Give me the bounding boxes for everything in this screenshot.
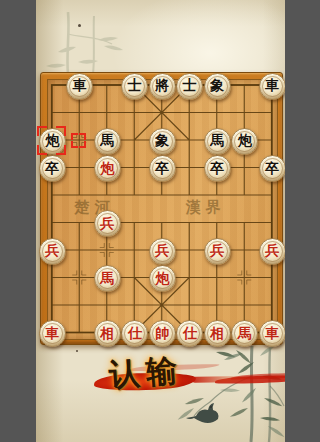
piece-black-soldier[interactable]: 卒 xyxy=(204,155,231,182)
piece-red-elephant[interactable]: 相 xyxy=(94,320,121,347)
piece-red-soldier[interactable]: 兵 xyxy=(204,238,231,265)
piece-black-general[interactable]: 將 xyxy=(149,73,176,100)
piece-black-cannon[interactable]: 炮 xyxy=(39,128,66,155)
piece-black-soldier[interactable]: 卒 xyxy=(259,155,285,182)
xiangqi-game-screen: 楚河 漢界 車士將士象車炮馬象馬炮卒炮卒卒卒兵兵兵兵兵馬炮車相仕帥仕相馬車 认输 xyxy=(36,0,285,442)
piece-red-horse[interactable]: 馬 xyxy=(231,320,258,347)
piece-black-elephant[interactable]: 象 xyxy=(149,128,176,155)
piece-red-advisor[interactable]: 仕 xyxy=(121,320,148,347)
piece-red-soldier[interactable]: 兵 xyxy=(94,210,121,237)
piece-black-horse[interactable]: 馬 xyxy=(204,128,231,155)
piece-black-cannon[interactable]: 炮 xyxy=(231,128,258,155)
piece-red-soldier[interactable]: 兵 xyxy=(39,238,66,265)
piece-black-elephant[interactable]: 象 xyxy=(204,73,231,100)
piece-black-horse[interactable]: 馬 xyxy=(94,128,121,155)
xiangqi-board: 楚河 漢界 車士將士象車炮馬象馬炮卒炮卒卒卒兵兵兵兵兵馬炮車相仕帥仕相馬車 xyxy=(40,72,283,345)
piece-red-chariot[interactable]: 車 xyxy=(259,320,285,347)
paper-speck xyxy=(76,350,78,352)
piece-red-cannon[interactable]: 炮 xyxy=(94,155,121,182)
resign-button[interactable]: 认输 xyxy=(86,352,206,404)
piece-black-soldier[interactable]: 卒 xyxy=(149,155,176,182)
piece-black-advisor[interactable]: 士 xyxy=(121,73,148,100)
piece-black-advisor[interactable]: 士 xyxy=(176,73,203,100)
board-play-area[interactable]: 楚河 漢界 車士將士象車炮馬象馬炮卒炮卒卒卒兵兵兵兵兵馬炮車相仕帥仕相馬車 xyxy=(47,79,278,340)
piece-red-soldier[interactable]: 兵 xyxy=(149,238,176,265)
board-grid xyxy=(48,80,277,339)
piece-red-elephant[interactable]: 相 xyxy=(204,320,231,347)
piece-red-horse[interactable]: 馬 xyxy=(94,265,121,292)
piece-red-chariot[interactable]: 車 xyxy=(39,320,66,347)
piece-red-advisor[interactable]: 仕 xyxy=(176,320,203,347)
piece-black-soldier[interactable]: 卒 xyxy=(39,155,66,182)
piece-black-chariot[interactable]: 車 xyxy=(259,73,285,100)
paper-speck xyxy=(78,24,81,27)
bird-silhouette xyxy=(186,403,218,423)
bamboo-watermark-decoration xyxy=(38,12,150,74)
piece-red-cannon[interactable]: 炮 xyxy=(149,265,176,292)
piece-red-soldier[interactable]: 兵 xyxy=(259,238,285,265)
resign-button-label: 认输 xyxy=(84,348,207,398)
piece-black-chariot[interactable]: 車 xyxy=(66,73,93,100)
piece-red-general[interactable]: 帥 xyxy=(149,320,176,347)
